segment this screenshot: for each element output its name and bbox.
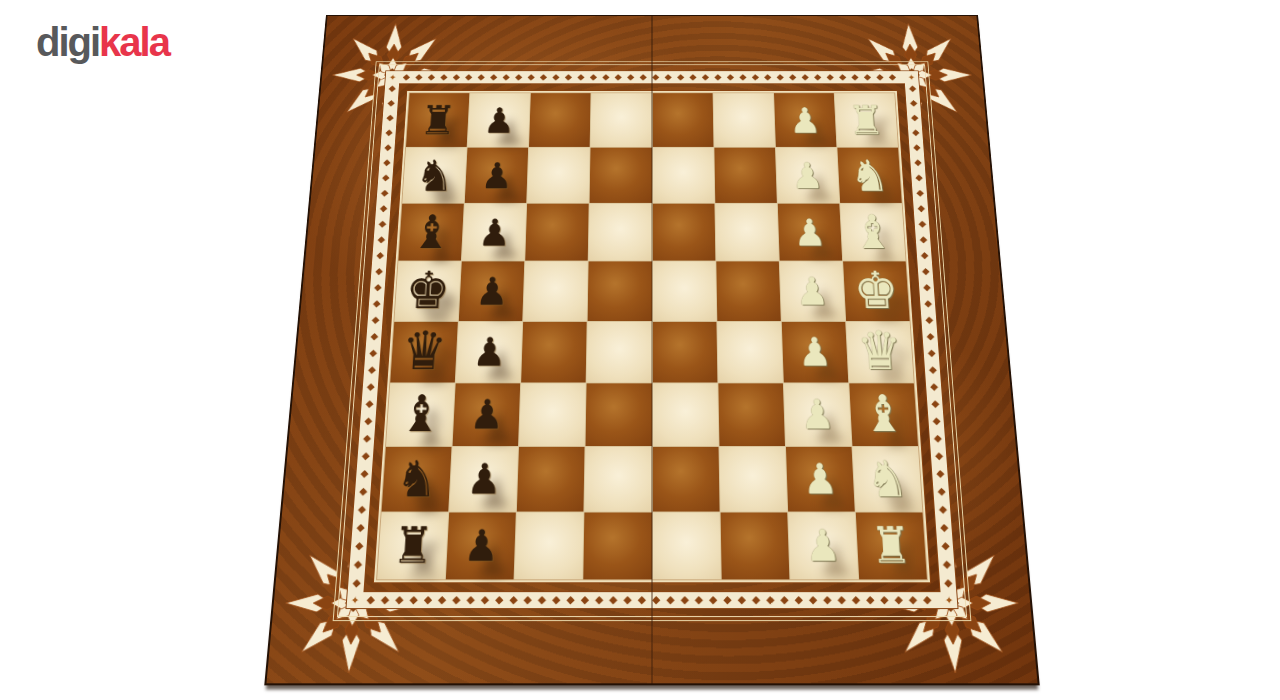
square-d1: ♛ (846, 321, 914, 382)
piece-black-king-e8: ♚ (404, 265, 451, 316)
piece-black-bishop-f8: ♝ (410, 209, 453, 255)
square-e7: ♟ (459, 262, 525, 321)
square-c5 (586, 383, 652, 446)
piece-white-pawn-f2: ♟ (793, 214, 827, 251)
square-a6 (515, 512, 584, 579)
square-a5 (584, 512, 652, 579)
piece-black-knight-b8: ♞ (395, 454, 439, 504)
square-c2: ♟ (784, 383, 852, 446)
piece-white-pawn-c2: ♟ (800, 394, 835, 435)
piece-black-pawn-h7: ♟ (483, 103, 516, 138)
square-a7: ♟ (446, 512, 516, 579)
square-f3 (715, 204, 779, 261)
square-g2: ♟ (776, 148, 840, 203)
piece-white-bishop-c1: ♝ (861, 389, 906, 440)
square-b6 (517, 447, 585, 512)
square-c1: ♝ (849, 383, 918, 446)
square-g8: ♞ (402, 148, 466, 203)
piece-black-pawn-b7: ♟ (466, 458, 502, 500)
square-g3 (714, 148, 777, 203)
square-d6 (521, 321, 587, 382)
square-b2: ♟ (786, 447, 855, 512)
digikala-logo[interactable]: digikala (36, 22, 169, 62)
square-h6 (529, 93, 591, 147)
square-e3 (716, 262, 781, 321)
square-c6 (519, 383, 586, 446)
square-e8: ♚ (394, 262, 461, 321)
corner-rosette-icon: ✦ (904, 71, 919, 83)
piece-white-pawn-a2: ♟ (804, 524, 841, 567)
square-h2: ♟ (774, 93, 837, 147)
corner-rosette-icon: ✦ (385, 71, 400, 83)
piece-white-queen-d1: ♛ (856, 325, 904, 378)
piece-white-bishop-f1: ♝ (851, 209, 894, 255)
piece-black-bishop-c8: ♝ (398, 389, 443, 440)
piece-black-rook-a8: ♜ (391, 521, 434, 571)
square-f5 (589, 204, 652, 261)
square-h4 (652, 93, 713, 147)
square-g4 (652, 148, 714, 203)
square-c8: ♝ (386, 383, 455, 446)
square-h3 (713, 93, 775, 147)
piece-white-pawn-d2: ♟ (797, 332, 832, 371)
square-e2: ♟ (779, 262, 845, 321)
piece-black-rook-h8: ♜ (419, 100, 457, 140)
square-h1: ♜ (835, 93, 898, 147)
chess-board-scene: ◆◆◆◆◆◆◆◆◆◆◆◆◆◆◆◆◆◆◆◆◆◆◆◆◆◆◆◆◆◆◆◆◆◆◆◆◆◆◆◆… (264, 15, 1040, 686)
square-e1: ♚ (843, 262, 910, 321)
square-h7: ♟ (468, 93, 531, 147)
square-g5 (590, 148, 652, 203)
piece-white-rook-h1: ♜ (847, 100, 885, 140)
square-a4 (652, 512, 720, 579)
logo-kala-text: kala (99, 20, 169, 64)
square-a8: ♜ (377, 512, 448, 579)
board-fold-seam (651, 16, 653, 683)
piece-white-rook-a1: ♜ (870, 521, 913, 571)
square-e5 (588, 262, 652, 321)
square-b5 (585, 447, 652, 512)
square-b1: ♞ (852, 447, 922, 512)
square-c4 (652, 383, 718, 446)
piece-white-pawn-e2: ♟ (795, 272, 829, 310)
square-e6 (523, 262, 588, 321)
square-c7: ♟ (453, 383, 521, 446)
piece-black-knight-g8: ♞ (414, 154, 455, 197)
square-d2: ♟ (782, 321, 849, 382)
piece-white-knight-g1: ♞ (849, 154, 890, 197)
square-f1: ♝ (840, 204, 905, 261)
square-f8: ♝ (398, 204, 463, 261)
square-f2: ♟ (778, 204, 843, 261)
square-b3 (719, 447, 787, 512)
square-f7: ♟ (462, 204, 527, 261)
piece-black-pawn-a7: ♟ (463, 524, 500, 567)
piece-black-pawn-d7: ♟ (472, 332, 507, 371)
square-a1: ♜ (856, 512, 927, 579)
piece-white-knight-b1: ♞ (865, 454, 909, 504)
piece-white-king-e1: ♚ (853, 265, 900, 316)
square-d4 (652, 321, 717, 382)
square-c3 (718, 383, 785, 446)
square-g6 (527, 148, 590, 203)
square-h8: ♜ (406, 93, 469, 147)
piece-black-queen-d8: ♛ (400, 325, 448, 378)
square-d5 (587, 321, 652, 382)
corner-rosette-icon: ✦ (347, 592, 364, 608)
square-g1: ♞ (837, 148, 901, 203)
board-wood-frame: ◆◆◆◆◆◆◆◆◆◆◆◆◆◆◆◆◆◆◆◆◆◆◆◆◆◆◆◆◆◆◆◆◆◆◆◆◆◆◆◆… (264, 15, 1040, 686)
square-d3 (717, 321, 783, 382)
piece-white-pawn-g2: ♟ (791, 157, 824, 193)
square-d8: ♛ (390, 321, 458, 382)
square-b4 (652, 447, 719, 512)
piece-white-pawn-h2: ♟ (789, 103, 822, 138)
square-d7: ♟ (456, 321, 523, 382)
piece-black-pawn-g7: ♟ (480, 157, 513, 193)
square-f6 (525, 204, 589, 261)
logo-digi-text: digi (36, 20, 99, 64)
square-a2: ♟ (788, 512, 858, 579)
square-e4 (652, 262, 716, 321)
piece-black-pawn-f7: ♟ (477, 214, 511, 251)
square-f4 (652, 204, 715, 261)
corner-rosette-icon: ✦ (941, 592, 958, 608)
square-a3 (720, 512, 789, 579)
piece-black-pawn-e7: ♟ (475, 272, 509, 310)
piece-black-pawn-c7: ♟ (469, 394, 504, 435)
square-h5 (591, 93, 652, 147)
square-b8: ♞ (382, 447, 452, 512)
square-b7: ♟ (449, 447, 518, 512)
square-g7: ♟ (465, 148, 529, 203)
piece-white-pawn-b2: ♟ (802, 458, 838, 500)
